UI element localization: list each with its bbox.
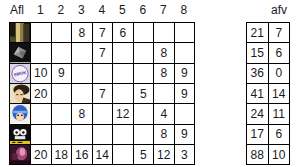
round-header-6: 6 <box>133 2 154 18</box>
score-cell-r3c7[interactable]: 8 <box>154 64 175 84</box>
score-cell-r2c1[interactable] <box>31 43 52 63</box>
score-cell-r2c4[interactable]: 7 <box>93 43 114 63</box>
total-cell-r5c2[interactable]: 11 <box>269 104 291 124</box>
score-grid: 87678SMOK1098920759812489201816145123 <box>9 22 195 165</box>
avatar-cell[interactable] <box>10 125 31 145</box>
avatar-cell[interactable] <box>10 23 31 43</box>
avatar-cell[interactable]: SMOK <box>10 64 31 84</box>
score-cell-r5c2[interactable] <box>52 104 73 124</box>
score-cell-r4c6[interactable]: 5 <box>134 84 155 104</box>
total-cell-r7c1[interactable]: 88 <box>247 145 269 165</box>
score-cell-r3c6[interactable] <box>134 64 155 84</box>
score-cell-r7c2[interactable]: 18 <box>52 145 73 165</box>
score-cell-r1c2[interactable] <box>52 23 73 43</box>
total-cell-r3c1[interactable]: 36 <box>247 64 269 84</box>
score-cell-r7c6[interactable]: 5 <box>134 145 155 165</box>
total-cell-r2c1[interactable]: 15 <box>247 43 269 63</box>
score-cell-r7c4[interactable]: 14 <box>93 145 114 165</box>
round-header-5: 5 <box>112 2 133 18</box>
score-cell-r2c5[interactable] <box>113 43 134 63</box>
score-cell-r4c7[interactable] <box>154 84 175 104</box>
round-header-3: 3 <box>71 2 92 18</box>
score-cell-r3c3[interactable] <box>72 64 93 84</box>
score-cell-r4c5[interactable] <box>113 84 134 104</box>
round-header-4: 4 <box>92 2 113 18</box>
score-cell-r1c1[interactable] <box>31 23 52 43</box>
column-header-row: Afl 12345678 <box>9 2 194 18</box>
doorway-light-photo-icon <box>10 23 30 42</box>
purple-figure-photo-icon <box>10 145 30 164</box>
total-cell-r5c1[interactable]: 24 <box>247 104 269 124</box>
round-header-7: 7 <box>153 2 174 18</box>
score-cell-r1c8[interactable] <box>175 23 196 43</box>
score-cell-r6c8[interactable]: 9 <box>175 125 196 145</box>
score-cell-r5c8[interactable] <box>175 104 196 124</box>
round-header-8: 8 <box>174 2 195 18</box>
score-cell-r6c1[interactable] <box>31 125 52 145</box>
score-cell-r6c5[interactable] <box>113 125 134 145</box>
grey-paper-photo-icon <box>10 43 30 62</box>
score-cell-r1c4[interactable]: 7 <box>93 23 114 43</box>
total-cell-r1c2[interactable]: 7 <box>269 23 291 43</box>
total-cell-r4c2[interactable]: 14 <box>269 84 291 104</box>
score-cell-r7c1[interactable]: 20 <box>31 145 52 165</box>
score-cell-r3c8[interactable]: 9 <box>175 64 196 84</box>
score-cell-r6c4[interactable] <box>93 125 114 145</box>
score-cell-r1c5[interactable]: 6 <box>113 23 134 43</box>
score-cell-r1c3[interactable]: 8 <box>72 23 93 43</box>
score-cell-r6c3[interactable] <box>72 125 93 145</box>
avatar-cell[interactable] <box>10 104 31 124</box>
score-cell-r4c2[interactable] <box>52 84 73 104</box>
avatar-cell[interactable] <box>10 84 31 104</box>
round-header-1: 1 <box>30 2 51 18</box>
score-cell-r1c7[interactable] <box>154 23 175 43</box>
score-cell-r7c8[interactable]: 3 <box>175 145 196 165</box>
score-cell-r6c7[interactable]: 8 <box>154 125 175 145</box>
round-header-2: 2 <box>51 2 72 18</box>
megaman-photo-icon <box>10 104 30 123</box>
score-cell-r2c7[interactable]: 8 <box>154 43 175 63</box>
totals-table: 217156360411424111768810 <box>246 22 290 165</box>
total-cell-r7c2[interactable]: 10 <box>269 145 291 165</box>
avatar-cell[interactable] <box>10 145 31 165</box>
score-cell-r5c3[interactable]: 8 <box>72 104 93 124</box>
totals-label: afv <box>246 2 290 18</box>
total-cell-r6c2[interactable]: 6 <box>269 125 291 145</box>
score-cell-r5c4[interactable] <box>93 104 114 124</box>
score-cell-r5c7[interactable]: 4 <box>154 104 175 124</box>
score-cell-r3c1[interactable]: 10 <box>31 64 52 84</box>
score-cell-r2c3[interactable] <box>72 43 93 63</box>
score-cell-r3c2[interactable]: 9 <box>52 64 73 84</box>
score-cell-r6c2[interactable] <box>52 125 73 145</box>
score-cell-r7c7[interactable]: 12 <box>154 145 175 165</box>
score-cell-r7c5[interactable] <box>113 145 134 165</box>
score-cell-r4c8[interactable]: 9 <box>175 84 196 104</box>
smok-label-photo-icon: SMOK <box>10 64 30 83</box>
corner-label: Afl <box>9 2 30 18</box>
score-cell-r4c1[interactable]: 20 <box>31 84 52 104</box>
score-cell-r6c6[interactable] <box>134 125 155 145</box>
score-sheet: { "game": "episode score grid (rounds 1-… <box>0 0 303 167</box>
avatar-cell[interactable] <box>10 43 31 63</box>
score-cell-r2c2[interactable] <box>52 43 73 63</box>
score-cell-r2c6[interactable] <box>134 43 155 63</box>
skull-art-photo-icon <box>10 125 30 144</box>
score-cell-r4c4[interactable]: 7 <box>93 84 114 104</box>
total-cell-r2c2[interactable]: 6 <box>269 43 291 63</box>
total-cell-r4c1[interactable]: 41 <box>247 84 269 104</box>
score-cell-r2c8[interactable] <box>175 43 196 63</box>
score-cell-r3c4[interactable] <box>93 64 114 84</box>
score-cell-r5c6[interactable] <box>134 104 155 124</box>
score-cell-r5c5[interactable]: 12 <box>113 104 134 124</box>
score-cell-r4c3[interactable] <box>72 84 93 104</box>
score-cell-r7c3[interactable]: 16 <box>72 145 93 165</box>
total-cell-r6c1[interactable]: 17 <box>247 125 269 145</box>
score-cell-r5c1[interactable] <box>31 104 52 124</box>
score-cell-r3c5[interactable] <box>113 64 134 84</box>
score-cell-r1c6[interactable] <box>134 23 155 43</box>
total-cell-r1c1[interactable]: 21 <box>247 23 269 43</box>
total-cell-r3c2[interactable]: 0 <box>269 64 291 84</box>
portrait-face-photo-icon <box>10 84 30 103</box>
